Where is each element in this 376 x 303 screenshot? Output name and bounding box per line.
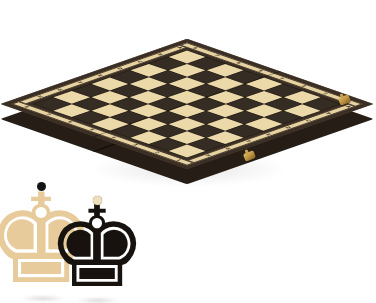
black-king-closeup: ♚	[32, 191, 162, 303]
finial-tip-icon	[37, 182, 46, 191]
chess-set-product-photo: 87654321 87654321 ABCDEFGH ABCDEFGH ♚♚	[0, 0, 376, 303]
finial-tip-icon	[93, 196, 102, 205]
